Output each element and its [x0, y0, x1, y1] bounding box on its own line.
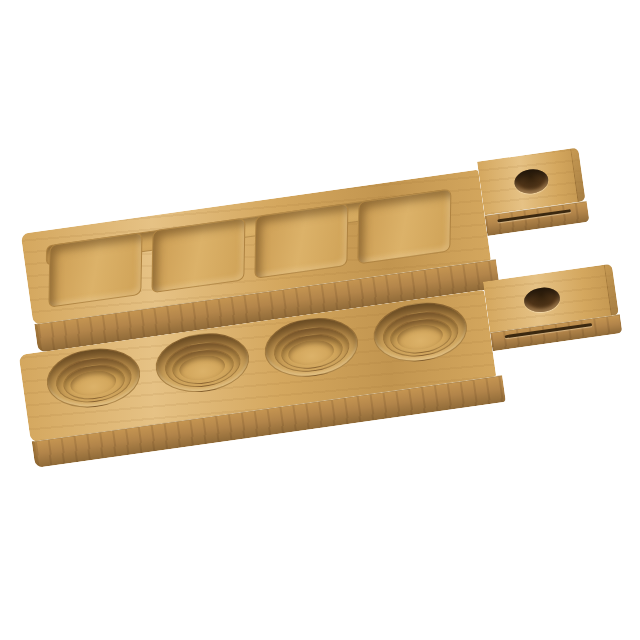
round-recess-3	[261, 312, 362, 383]
square-recess-2	[151, 218, 245, 294]
saw-kerf-slot	[497, 209, 571, 222]
square-recess-3	[254, 203, 348, 279]
product-photo-canvas	[0, 0, 640, 640]
square-recess-4	[357, 189, 451, 265]
round-recess-1	[43, 343, 144, 414]
hanging-hole	[523, 285, 562, 314]
square-recess-1	[48, 232, 142, 308]
round-recess-4	[370, 297, 471, 368]
hanging-hole	[513, 167, 550, 195]
round-recess-2	[152, 327, 253, 398]
